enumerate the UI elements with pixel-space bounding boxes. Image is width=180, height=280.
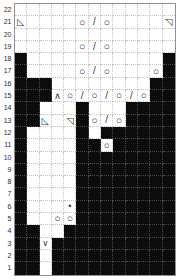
grid-cell bbox=[89, 127, 101, 139]
grid-cell bbox=[40, 213, 52, 225]
grid-cell bbox=[126, 4, 138, 16]
grid-cell bbox=[89, 4, 101, 16]
grid-cell-black bbox=[101, 250, 113, 262]
grid-cell-black bbox=[27, 90, 39, 102]
grid-cell-black bbox=[64, 238, 76, 250]
grid-cell bbox=[52, 176, 64, 188]
grid-cell bbox=[138, 4, 150, 16]
grid-cell bbox=[27, 139, 39, 151]
grid-cell bbox=[64, 29, 76, 41]
grid-cell-black bbox=[163, 250, 175, 262]
grid-cell-black bbox=[163, 188, 175, 200]
grid-cell bbox=[52, 4, 64, 16]
grid-cell-black bbox=[15, 262, 27, 274]
grid-cell bbox=[27, 53, 39, 65]
grid-cell bbox=[64, 127, 76, 139]
grid-cell bbox=[163, 29, 175, 41]
grid-cell-black bbox=[150, 164, 162, 176]
grid-cell-black bbox=[15, 53, 27, 65]
grid-cell-black bbox=[126, 176, 138, 188]
grid-cell bbox=[126, 29, 138, 41]
grid-cell bbox=[40, 250, 52, 262]
grid-cell-black bbox=[52, 250, 64, 262]
grid-cell bbox=[64, 164, 76, 176]
grid-cell-black bbox=[126, 225, 138, 237]
grid-cell-symbol: ○ bbox=[52, 213, 64, 225]
grid-cell-symbol: ○ bbox=[101, 65, 113, 77]
row-label: 13 bbox=[0, 115, 14, 127]
grid-cell bbox=[52, 53, 64, 65]
grid-cell-black bbox=[113, 139, 125, 151]
grid-cell bbox=[52, 29, 64, 41]
grid-cell-black bbox=[89, 225, 101, 237]
grid-cell bbox=[40, 201, 52, 213]
grid-cell bbox=[89, 29, 101, 41]
grid-cell-black bbox=[138, 152, 150, 164]
grid-cell-black bbox=[15, 164, 27, 176]
grid-cell-black bbox=[76, 176, 88, 188]
row-label: 12 bbox=[0, 127, 14, 139]
grid-cell bbox=[138, 41, 150, 53]
grid-cell-black bbox=[101, 164, 113, 176]
grid-cell bbox=[126, 78, 138, 90]
grid-cell bbox=[64, 4, 76, 16]
grid-cell-black bbox=[150, 188, 162, 200]
grid-cell bbox=[52, 127, 64, 139]
row-label: 4 bbox=[0, 225, 14, 237]
grid-cell bbox=[64, 139, 76, 151]
grid-cell bbox=[27, 188, 39, 200]
grid-cell bbox=[40, 102, 52, 114]
grid-cell bbox=[138, 16, 150, 28]
grid-cell bbox=[126, 53, 138, 65]
grid-cell bbox=[113, 41, 125, 53]
grid-cell bbox=[101, 78, 113, 90]
grid-cell-black bbox=[150, 201, 162, 213]
grid-cell bbox=[40, 53, 52, 65]
grid-cell bbox=[52, 164, 64, 176]
grid-cell bbox=[40, 176, 52, 188]
grid-cell-black bbox=[40, 90, 52, 102]
grid-cell bbox=[27, 4, 39, 16]
grid-cell-black bbox=[126, 164, 138, 176]
grid-cell-black bbox=[15, 102, 27, 114]
grid-cell-black bbox=[113, 213, 125, 225]
row-label: 9 bbox=[0, 164, 14, 176]
grid-cell-black bbox=[89, 262, 101, 274]
grid-cell-black bbox=[113, 176, 125, 188]
grid-cell bbox=[101, 4, 113, 16]
grid-cell-black bbox=[113, 127, 125, 139]
grid-cell-symbol: • bbox=[64, 201, 76, 213]
grid-cell bbox=[113, 4, 125, 16]
grid-cell-black bbox=[150, 176, 162, 188]
grid-cell bbox=[89, 53, 101, 65]
row-label: 19 bbox=[0, 41, 14, 53]
grid-cell-black bbox=[76, 127, 88, 139]
grid-cell-black bbox=[138, 225, 150, 237]
grid-cell-black bbox=[64, 262, 76, 274]
grid-cell-symbol: ○ bbox=[138, 90, 150, 102]
grid-cell-black bbox=[113, 262, 125, 274]
grid-cell-black bbox=[163, 152, 175, 164]
grid-cell bbox=[150, 4, 162, 16]
grid-cell bbox=[113, 65, 125, 77]
grid-cell-black bbox=[15, 201, 27, 213]
grid-cell bbox=[76, 78, 88, 90]
grid-cell-black bbox=[163, 225, 175, 237]
grid-cell-black bbox=[101, 262, 113, 274]
grid-cell-black bbox=[150, 139, 162, 151]
row-label: 22 bbox=[0, 4, 14, 16]
grid-cell-black bbox=[163, 238, 175, 250]
grid-cell bbox=[101, 53, 113, 65]
grid-cell-symbol: / bbox=[126, 90, 138, 102]
row-label: 16 bbox=[0, 78, 14, 90]
grid-cell-black bbox=[15, 213, 27, 225]
grid-cell-black bbox=[138, 201, 150, 213]
grid-cell-black bbox=[126, 238, 138, 250]
grid-cell-black bbox=[113, 152, 125, 164]
grid-cell bbox=[27, 201, 39, 213]
grid-cell bbox=[150, 29, 162, 41]
grid-cell-black bbox=[15, 65, 27, 77]
grid-cell-black bbox=[89, 188, 101, 200]
grid-cell-black bbox=[76, 164, 88, 176]
grid-cell-black bbox=[126, 115, 138, 127]
grid-cell-black bbox=[126, 152, 138, 164]
grid-cell bbox=[101, 29, 113, 41]
grid-cell-black bbox=[163, 176, 175, 188]
row-label: 14 bbox=[0, 102, 14, 114]
grid-cell bbox=[27, 176, 39, 188]
grid-cell-black bbox=[163, 164, 175, 176]
grid-cell bbox=[40, 127, 52, 139]
grid-cell bbox=[64, 188, 76, 200]
grid-cell-symbol: ○ bbox=[150, 65, 162, 77]
grid-cell-black bbox=[113, 250, 125, 262]
row-label: 10 bbox=[0, 152, 14, 164]
grid-cell bbox=[15, 41, 27, 53]
grid-cell bbox=[52, 16, 64, 28]
grid-cell bbox=[40, 164, 52, 176]
grid-cell-symbol: ◹ bbox=[163, 16, 175, 28]
grid-cell bbox=[64, 102, 76, 114]
grid-cell-black bbox=[126, 102, 138, 114]
grid-cell bbox=[27, 29, 39, 41]
grid-cell bbox=[52, 152, 64, 164]
grid-cell-black bbox=[138, 238, 150, 250]
grid-cell bbox=[64, 16, 76, 28]
grid-cell-black bbox=[89, 152, 101, 164]
grid-cell-symbol: ◺ bbox=[40, 115, 52, 127]
grid-cell-black bbox=[27, 250, 39, 262]
grid-cell-black bbox=[76, 225, 88, 237]
grid-cell-black bbox=[89, 213, 101, 225]
grid-cell-black bbox=[150, 250, 162, 262]
row-label: 11 bbox=[0, 139, 14, 151]
grid-cell-black bbox=[76, 213, 88, 225]
grid-cell-black bbox=[138, 213, 150, 225]
grid-cell-symbol: / bbox=[89, 65, 101, 77]
grid-cell bbox=[52, 78, 64, 90]
grid-cell bbox=[150, 53, 162, 65]
grid-cell-black bbox=[150, 152, 162, 164]
grid-cell bbox=[52, 65, 64, 77]
grid-cell-black bbox=[76, 262, 88, 274]
grid-cell-symbol: ○ bbox=[64, 213, 76, 225]
grid-cell bbox=[89, 102, 101, 114]
grid-cell bbox=[64, 65, 76, 77]
grid-cell-symbol: ∧ bbox=[52, 90, 64, 102]
grid-cell bbox=[15, 4, 27, 16]
grid-cell-black bbox=[138, 115, 150, 127]
grid-cell-black bbox=[64, 250, 76, 262]
row-number-column: 22212019181716151413121110987654321 bbox=[0, 4, 14, 275]
grid-cell-black bbox=[76, 152, 88, 164]
grid-cell-black bbox=[150, 127, 162, 139]
grid-cell bbox=[150, 16, 162, 28]
grid-cell-black bbox=[89, 139, 101, 151]
row-label: 21 bbox=[0, 16, 14, 28]
grid-cell-black bbox=[113, 225, 125, 237]
grid-cell-black bbox=[126, 127, 138, 139]
grid-cell-black bbox=[76, 250, 88, 262]
grid-cell-symbol: ○ bbox=[64, 90, 76, 102]
grid-cell bbox=[52, 115, 64, 127]
grid-cell-symbol: / bbox=[101, 115, 113, 127]
grid-cell-black bbox=[163, 90, 175, 102]
grid-cell-black bbox=[15, 139, 27, 151]
grid-cell-black bbox=[163, 53, 175, 65]
row-label: 20 bbox=[0, 29, 14, 41]
grid-cell-black bbox=[113, 238, 125, 250]
grid-cell bbox=[40, 139, 52, 151]
grid-cell bbox=[101, 102, 113, 114]
grid-cell bbox=[40, 4, 52, 16]
grid-cell bbox=[76, 4, 88, 16]
grid-cell-symbol: ○ bbox=[101, 41, 113, 53]
grid-cell-black bbox=[150, 78, 162, 90]
grid-cell-symbol: ○ bbox=[89, 90, 101, 102]
grid-cell-black bbox=[15, 225, 27, 237]
grid-cell-black bbox=[15, 176, 27, 188]
grid-cell-black bbox=[76, 238, 88, 250]
grid-cell-black bbox=[52, 238, 64, 250]
grid-cell-black bbox=[15, 127, 27, 139]
grid-cell bbox=[113, 16, 125, 28]
chart-grid: ◺○/○◹○/○○/○○∧○/○/○/○◺◹○/○○•○○∨ bbox=[14, 3, 176, 276]
grid-cell bbox=[27, 65, 39, 77]
grid-cell-black bbox=[138, 188, 150, 200]
grid-cell-black bbox=[89, 238, 101, 250]
grid-cell-black bbox=[15, 238, 27, 250]
grid-cell-black bbox=[113, 164, 125, 176]
knitting-chart: 22212019181716151413121110987654321 ◺○/○… bbox=[0, 0, 180, 276]
grid-cell-black bbox=[89, 164, 101, 176]
grid-cell bbox=[27, 16, 39, 28]
grid-cell-symbol: ∨ bbox=[40, 238, 52, 250]
grid-cell-symbol: ◹ bbox=[64, 115, 76, 127]
grid-cell-black bbox=[101, 127, 113, 139]
grid-cell-symbol: ○ bbox=[89, 115, 101, 127]
row-label: 15 bbox=[0, 90, 14, 102]
grid-cell bbox=[138, 29, 150, 41]
grid-cell bbox=[138, 53, 150, 65]
grid-cell-black bbox=[15, 250, 27, 262]
grid-cell-black bbox=[163, 127, 175, 139]
grid-cell bbox=[40, 188, 52, 200]
grid-cell-black bbox=[163, 65, 175, 77]
grid-cell-symbol: ○ bbox=[101, 16, 113, 28]
grid-cell-black bbox=[163, 78, 175, 90]
grid-cell-black bbox=[15, 152, 27, 164]
grid-cell-black bbox=[150, 115, 162, 127]
grid-cell-black bbox=[15, 78, 27, 90]
row-label: 8 bbox=[0, 176, 14, 188]
grid-cell-black bbox=[126, 139, 138, 151]
grid-cell-black bbox=[113, 188, 125, 200]
grid-cell-black bbox=[163, 115, 175, 127]
grid-cell-symbol: / bbox=[101, 90, 113, 102]
grid-cell bbox=[138, 65, 150, 77]
grid-cell-black bbox=[101, 225, 113, 237]
grid-cell-black bbox=[40, 78, 52, 90]
grid-cell bbox=[113, 102, 125, 114]
grid-cell-black bbox=[27, 102, 39, 114]
grid-cell bbox=[150, 41, 162, 53]
row-label: 5 bbox=[0, 213, 14, 225]
grid-cell bbox=[163, 41, 175, 53]
grid-cell-black bbox=[101, 213, 113, 225]
grid-cell-black bbox=[89, 176, 101, 188]
grid-cell bbox=[27, 213, 39, 225]
row-label: 6 bbox=[0, 201, 14, 213]
grid-cell bbox=[52, 102, 64, 114]
grid-cell bbox=[52, 201, 64, 213]
grid-cell bbox=[40, 225, 52, 237]
grid-cell-black bbox=[64, 225, 76, 237]
grid-cell-black bbox=[27, 78, 39, 90]
grid-cell bbox=[40, 152, 52, 164]
grid-cell-black bbox=[138, 127, 150, 139]
grid-cell-black bbox=[163, 102, 175, 114]
grid-cell bbox=[76, 53, 88, 65]
grid-cell-symbol: ○ bbox=[113, 115, 125, 127]
grid-cell-black bbox=[138, 139, 150, 151]
grid-cell bbox=[27, 127, 39, 139]
grid-cell bbox=[40, 16, 52, 28]
row-label: 3 bbox=[0, 238, 14, 250]
grid-cell-black bbox=[126, 188, 138, 200]
grid-cell-black bbox=[150, 90, 162, 102]
grid-cell-black bbox=[101, 201, 113, 213]
row-label: 18 bbox=[0, 53, 14, 65]
grid-cell-black bbox=[27, 115, 39, 127]
grid-cell-black bbox=[76, 188, 88, 200]
grid-cell-symbol: ○ bbox=[113, 90, 125, 102]
grid-cell-black bbox=[163, 201, 175, 213]
grid-cell bbox=[113, 78, 125, 90]
grid-cell-black bbox=[163, 213, 175, 225]
grid-cell-black bbox=[150, 213, 162, 225]
grid-cell bbox=[126, 16, 138, 28]
grid-cell-black bbox=[15, 188, 27, 200]
grid-cell bbox=[64, 176, 76, 188]
grid-cell-black bbox=[126, 213, 138, 225]
grid-cell bbox=[126, 41, 138, 53]
grid-cell bbox=[163, 4, 175, 16]
grid-cell bbox=[76, 29, 88, 41]
grid-cell-black bbox=[126, 262, 138, 274]
grid-cell-black bbox=[15, 90, 27, 102]
row-label: 7 bbox=[0, 188, 14, 200]
grid-cell-black bbox=[163, 139, 175, 151]
grid-cell bbox=[40, 262, 52, 274]
grid-cell bbox=[113, 53, 125, 65]
grid-cell-symbol: ○ bbox=[76, 41, 88, 53]
grid-cell-symbol: / bbox=[76, 90, 88, 102]
grid-cell-black bbox=[27, 262, 39, 274]
grid-cell-black bbox=[101, 152, 113, 164]
grid-cell-black bbox=[138, 102, 150, 114]
grid-cell bbox=[64, 53, 76, 65]
grid-cell bbox=[52, 225, 64, 237]
grid-cell-black bbox=[138, 250, 150, 262]
grid-cell-symbol: / bbox=[89, 41, 101, 53]
grid-cell-symbol: ○ bbox=[76, 16, 88, 28]
grid-cell-black bbox=[150, 262, 162, 274]
grid-cell-black bbox=[76, 139, 88, 151]
grid-cell bbox=[64, 78, 76, 90]
grid-cell-black bbox=[138, 176, 150, 188]
grid-cell-black bbox=[89, 201, 101, 213]
grid-cell-black bbox=[101, 238, 113, 250]
grid-cell-black bbox=[150, 225, 162, 237]
grid-cell bbox=[52, 188, 64, 200]
grid-cell-black bbox=[27, 238, 39, 250]
grid-cell bbox=[27, 41, 39, 53]
grid-cell-black bbox=[89, 250, 101, 262]
grid-cell-black bbox=[126, 250, 138, 262]
grid-cell-symbol: / bbox=[89, 16, 101, 28]
row-label: 1 bbox=[0, 262, 14, 274]
grid-cell-black bbox=[163, 262, 175, 274]
grid-cell-black bbox=[76, 201, 88, 213]
grid-cell bbox=[52, 41, 64, 53]
grid-cell-black bbox=[138, 164, 150, 176]
grid-cell bbox=[27, 164, 39, 176]
grid-cell bbox=[126, 65, 138, 77]
grid-cell bbox=[64, 152, 76, 164]
grid-cell-black bbox=[113, 201, 125, 213]
row-label: 17 bbox=[0, 65, 14, 77]
grid-cell-symbol: ○ bbox=[101, 139, 113, 151]
grid-cell bbox=[15, 29, 27, 41]
grid-cell-black bbox=[101, 176, 113, 188]
grid-cell-black bbox=[76, 115, 88, 127]
grid-cell-black bbox=[138, 262, 150, 274]
grid-cell bbox=[64, 41, 76, 53]
grid-cell bbox=[27, 152, 39, 164]
grid-cell bbox=[40, 41, 52, 53]
grid-cell-black bbox=[76, 102, 88, 114]
grid-cell-symbol: ◺ bbox=[15, 16, 27, 28]
grid-cell-symbol: ○ bbox=[76, 65, 88, 77]
grid-cell bbox=[113, 29, 125, 41]
grid-cell-black bbox=[150, 238, 162, 250]
grid-cell-black bbox=[126, 201, 138, 213]
